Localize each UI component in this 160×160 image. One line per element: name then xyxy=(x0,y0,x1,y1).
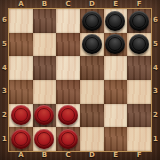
square-d6[interactable] xyxy=(80,9,104,33)
rank-label-3: 3 xyxy=(0,80,9,104)
square-b3[interactable] xyxy=(33,80,57,104)
square-c1[interactable] xyxy=(56,127,80,151)
square-e1[interactable] xyxy=(104,127,128,151)
square-b5[interactable] xyxy=(33,33,57,57)
square-d2[interactable] xyxy=(80,104,104,128)
file-label-e: E xyxy=(104,0,128,9)
black-checker-f6[interactable] xyxy=(129,11,149,31)
file-label-d: D xyxy=(80,0,104,9)
rank-label-6: 6 xyxy=(0,9,9,33)
square-e6[interactable] xyxy=(104,9,128,33)
square-b4[interactable] xyxy=(33,56,57,80)
checkers-board xyxy=(9,9,151,151)
square-b2[interactable] xyxy=(33,104,57,128)
red-checker-b2[interactable] xyxy=(34,105,54,125)
red-checker-c2[interactable] xyxy=(58,105,78,125)
square-f4[interactable] xyxy=(127,56,151,80)
rank-label-2: 2 xyxy=(151,104,160,128)
file-label-c: C xyxy=(56,151,80,160)
square-d5[interactable] xyxy=(80,33,104,57)
file-label-d: D xyxy=(80,151,104,160)
square-a5[interactable] xyxy=(9,33,33,57)
square-b6[interactable] xyxy=(33,9,57,33)
square-c6[interactable] xyxy=(56,9,80,33)
square-c2[interactable] xyxy=(56,104,80,128)
rank-label-2: 2 xyxy=(0,104,9,128)
red-checker-b1[interactable] xyxy=(34,129,54,149)
square-f3[interactable] xyxy=(127,80,151,104)
red-checker-a1[interactable] xyxy=(11,129,31,149)
square-f2[interactable] xyxy=(127,104,151,128)
wooden-board-frame: ABCDEF ABCDEF 654321 654321 xyxy=(0,0,160,160)
rank-label-5: 5 xyxy=(0,33,9,57)
square-b1[interactable] xyxy=(33,127,57,151)
rank-label-4: 4 xyxy=(151,56,160,80)
square-a4[interactable] xyxy=(9,56,33,80)
square-c4[interactable] xyxy=(56,56,80,80)
square-a1[interactable] xyxy=(9,127,33,151)
rank-label-5: 5 xyxy=(151,33,160,57)
square-f5[interactable] xyxy=(127,33,151,57)
file-label-a: A xyxy=(9,151,33,160)
file-label-b: B xyxy=(33,151,57,160)
square-c3[interactable] xyxy=(56,80,80,104)
file-label-b: B xyxy=(33,0,57,9)
square-a2[interactable] xyxy=(9,104,33,128)
rank-labels-right: 654321 xyxy=(151,9,160,151)
square-a3[interactable] xyxy=(9,80,33,104)
red-checker-a2[interactable] xyxy=(11,105,31,125)
rank-labels-left: 654321 xyxy=(0,9,9,151)
square-e4[interactable] xyxy=(104,56,128,80)
square-d1[interactable] xyxy=(80,127,104,151)
rank-label-6: 6 xyxy=(151,9,160,33)
square-f6[interactable] xyxy=(127,9,151,33)
file-label-f: F xyxy=(127,151,151,160)
rank-label-1: 1 xyxy=(0,127,9,151)
black-checker-d6[interactable] xyxy=(82,11,102,31)
file-label-f: F xyxy=(127,0,151,9)
black-checker-d5[interactable] xyxy=(82,34,102,54)
file-label-c: C xyxy=(56,0,80,9)
square-c5[interactable] xyxy=(56,33,80,57)
file-label-e: E xyxy=(104,151,128,160)
rank-label-1: 1 xyxy=(151,127,160,151)
rank-label-4: 4 xyxy=(0,56,9,80)
file-labels-top: ABCDEF xyxy=(9,0,151,9)
square-f1[interactable] xyxy=(127,127,151,151)
square-a6[interactable] xyxy=(9,9,33,33)
black-checker-e5[interactable] xyxy=(105,34,125,54)
square-e5[interactable] xyxy=(104,33,128,57)
square-d4[interactable] xyxy=(80,56,104,80)
square-e3[interactable] xyxy=(104,80,128,104)
file-labels-bottom: ABCDEF xyxy=(9,151,151,160)
file-label-a: A xyxy=(9,0,33,9)
square-e2[interactable] xyxy=(104,104,128,128)
rank-label-3: 3 xyxy=(151,80,160,104)
black-checker-e6[interactable] xyxy=(105,11,125,31)
square-d3[interactable] xyxy=(80,80,104,104)
black-checker-f5[interactable] xyxy=(129,34,149,54)
red-checker-c1[interactable] xyxy=(58,129,78,149)
